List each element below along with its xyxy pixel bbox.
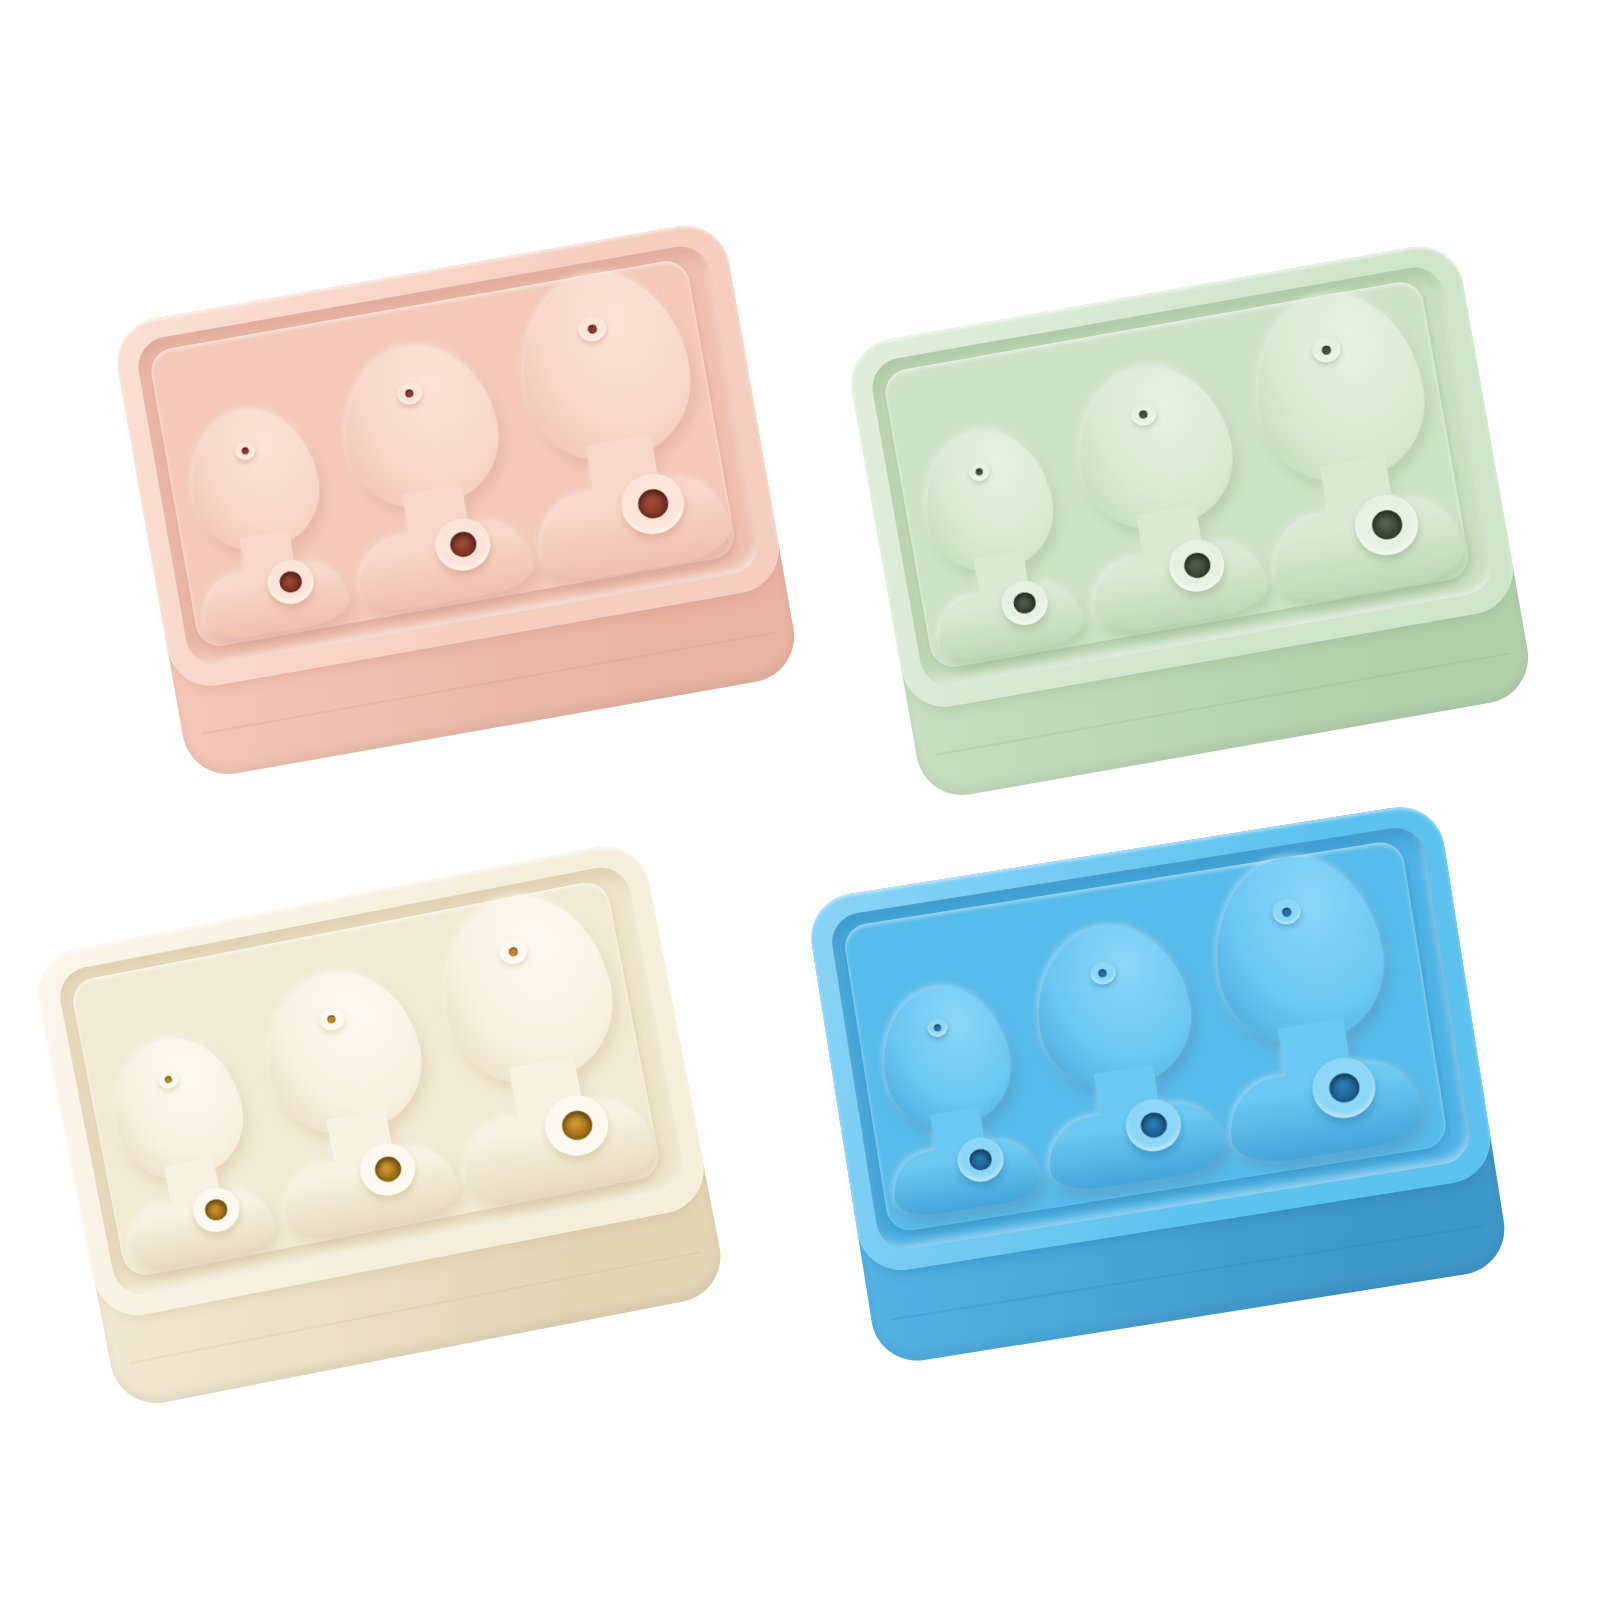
mold-cavity-medium (1014, 913, 1228, 1195)
tray-recess (134, 242, 763, 670)
mold-mat (69, 879, 663, 1280)
mold-cavity-large (494, 258, 735, 587)
cavity-bulb (428, 881, 626, 1095)
tray-green (845, 240, 1536, 803)
mold-mat (842, 839, 1450, 1234)
cavity-bulb (180, 400, 328, 559)
mold-cavity-large (1189, 842, 1426, 1168)
mold-cavity-large (1228, 279, 1469, 608)
mold-cavity-medium (320, 332, 538, 617)
cavity-bulb (914, 421, 1062, 580)
mold-cavity-medium (1054, 353, 1272, 638)
cavity-bulb (508, 260, 703, 472)
mold-cavity-small (93, 1026, 279, 1274)
cavity-bulb (873, 978, 1019, 1135)
mold-cavity-small (170, 398, 353, 644)
mold-cavity-small (863, 976, 1042, 1220)
cavity-bulb (1242, 281, 1437, 493)
cavity-bulb (1203, 845, 1395, 1055)
tray-recess (828, 824, 1474, 1254)
cavity-bulb (1026, 915, 1201, 1097)
tray-cream (32, 839, 729, 1411)
tray-recess (868, 263, 1497, 691)
tray-blue (805, 801, 1511, 1367)
mold-mat (148, 257, 738, 649)
mold-mat (882, 278, 1472, 670)
tray-pink (111, 219, 802, 782)
mold-cavity-small (904, 419, 1087, 665)
product-photo (0, 0, 1600, 1600)
